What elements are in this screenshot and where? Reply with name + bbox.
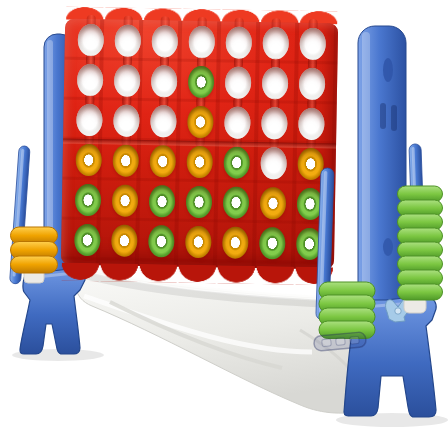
yellow-disc	[185, 226, 212, 258]
cell-r5c6	[254, 183, 292, 224]
wing-nut	[386, 298, 412, 322]
toss-ring	[319, 321, 375, 339]
post-collar	[24, 268, 44, 283]
yellow-disc	[112, 144, 139, 176]
empty-hole	[224, 66, 251, 98]
cell-r5c2	[106, 180, 144, 221]
upright-groove	[391, 105, 397, 131]
frame-right-foot	[344, 298, 436, 417]
cell-r3c6	[255, 103, 293, 144]
yellow-ring-stack	[11, 227, 58, 273]
empty-hole	[76, 104, 103, 136]
cell-r4c5	[217, 142, 255, 183]
upright-slot-hole	[383, 58, 393, 82]
catch-tray-fabric	[76, 268, 368, 413]
green-disc	[74, 184, 101, 216]
cell-r4c7	[291, 144, 329, 185]
ground-shadow	[12, 349, 104, 361]
yellow-disc	[186, 146, 213, 178]
cell-r4c6	[254, 143, 292, 184]
embossed-logo	[313, 332, 366, 351]
green-disc	[222, 186, 249, 218]
cell-r3c7	[292, 104, 330, 145]
left-ring-post	[10, 146, 58, 284]
cell-r3c3	[144, 101, 182, 142]
ground-shadow	[336, 413, 448, 427]
empty-hole	[299, 28, 326, 60]
upright-groove	[380, 103, 386, 129]
toss-ring	[11, 256, 58, 273]
toss-ring	[398, 284, 443, 300]
toss-ring	[398, 200, 443, 216]
empty-hole	[225, 26, 252, 58]
green-disc	[185, 186, 212, 218]
green-ring-stack-rear	[398, 186, 443, 300]
empty-hole	[114, 24, 141, 56]
toss-ring	[319, 308, 375, 326]
cell-r6c7	[290, 224, 328, 265]
cell-r4c2	[106, 140, 144, 181]
empty-hole	[113, 104, 140, 136]
empty-hole	[113, 64, 140, 96]
cell-r6c5	[216, 222, 254, 263]
yellow-disc	[111, 224, 138, 256]
green-disc	[259, 227, 286, 259]
empty-hole	[260, 147, 287, 179]
empty-hole	[188, 26, 215, 58]
cell-r5c7	[291, 184, 329, 225]
empty-hole	[298, 108, 325, 140]
green-disc	[148, 185, 175, 217]
rear-right-ring-post	[398, 144, 443, 313]
cell-r5c4	[180, 182, 218, 223]
cell-r3c1	[70, 100, 108, 141]
board-bottom-scallops	[61, 263, 334, 286]
yellow-disc	[259, 187, 286, 219]
cell-r4c1	[69, 140, 107, 181]
toss-ring	[398, 270, 443, 286]
green-disc	[296, 228, 323, 260]
cell-r6c1	[68, 220, 106, 261]
yellow-disc	[149, 145, 176, 177]
post-collar	[404, 297, 426, 313]
post-stick	[10, 146, 31, 284]
frame-left-foot	[20, 268, 85, 354]
green-disc	[74, 224, 101, 256]
empty-hole	[261, 107, 288, 139]
toss-ring	[398, 242, 443, 258]
cell-r6c4	[179, 222, 217, 263]
product-photo-giant-connect-four	[0, 0, 448, 448]
empty-hole	[262, 27, 289, 59]
green-disc	[148, 225, 175, 257]
cell-r3c5	[218, 102, 256, 143]
empty-hole	[77, 24, 104, 56]
connect-four-board	[61, 7, 339, 286]
toss-ring	[398, 214, 443, 230]
toss-ring	[398, 186, 443, 202]
green-disc	[187, 66, 214, 98]
cell-r5c3	[143, 181, 181, 222]
cell-r3c4	[181, 102, 219, 143]
toss-ring	[319, 295, 375, 313]
empty-hole	[261, 67, 288, 99]
cell-r6c2	[105, 220, 143, 261]
cell-r3c2	[107, 100, 145, 141]
cell-r5c1	[69, 180, 107, 221]
cell-r4c4	[180, 142, 218, 183]
cell-r5c5	[217, 182, 255, 223]
empty-hole	[150, 65, 177, 97]
cell-r6c3	[142, 221, 180, 262]
empty-hole	[151, 25, 178, 57]
toss-ring	[398, 228, 443, 244]
yellow-disc	[111, 184, 138, 216]
green-disc	[223, 146, 250, 178]
frame-right-upright	[358, 26, 406, 314]
cell-r6c6	[253, 223, 291, 264]
upright-slot-hole	[383, 238, 393, 256]
empty-hole	[76, 64, 103, 96]
yellow-disc	[187, 106, 214, 138]
post-stick	[409, 144, 423, 194]
empty-hole	[298, 68, 325, 100]
yellow-disc	[75, 144, 102, 176]
cell-r4c3	[143, 141, 181, 182]
green-ring-stack-front	[319, 282, 375, 339]
toss-ring	[398, 256, 443, 272]
yellow-disc	[222, 226, 249, 258]
toss-ring	[11, 227, 58, 244]
green-disc	[296, 188, 323, 220]
empty-hole	[150, 105, 177, 137]
empty-hole	[224, 106, 251, 138]
toss-ring	[11, 242, 58, 259]
yellow-disc	[297, 148, 324, 180]
